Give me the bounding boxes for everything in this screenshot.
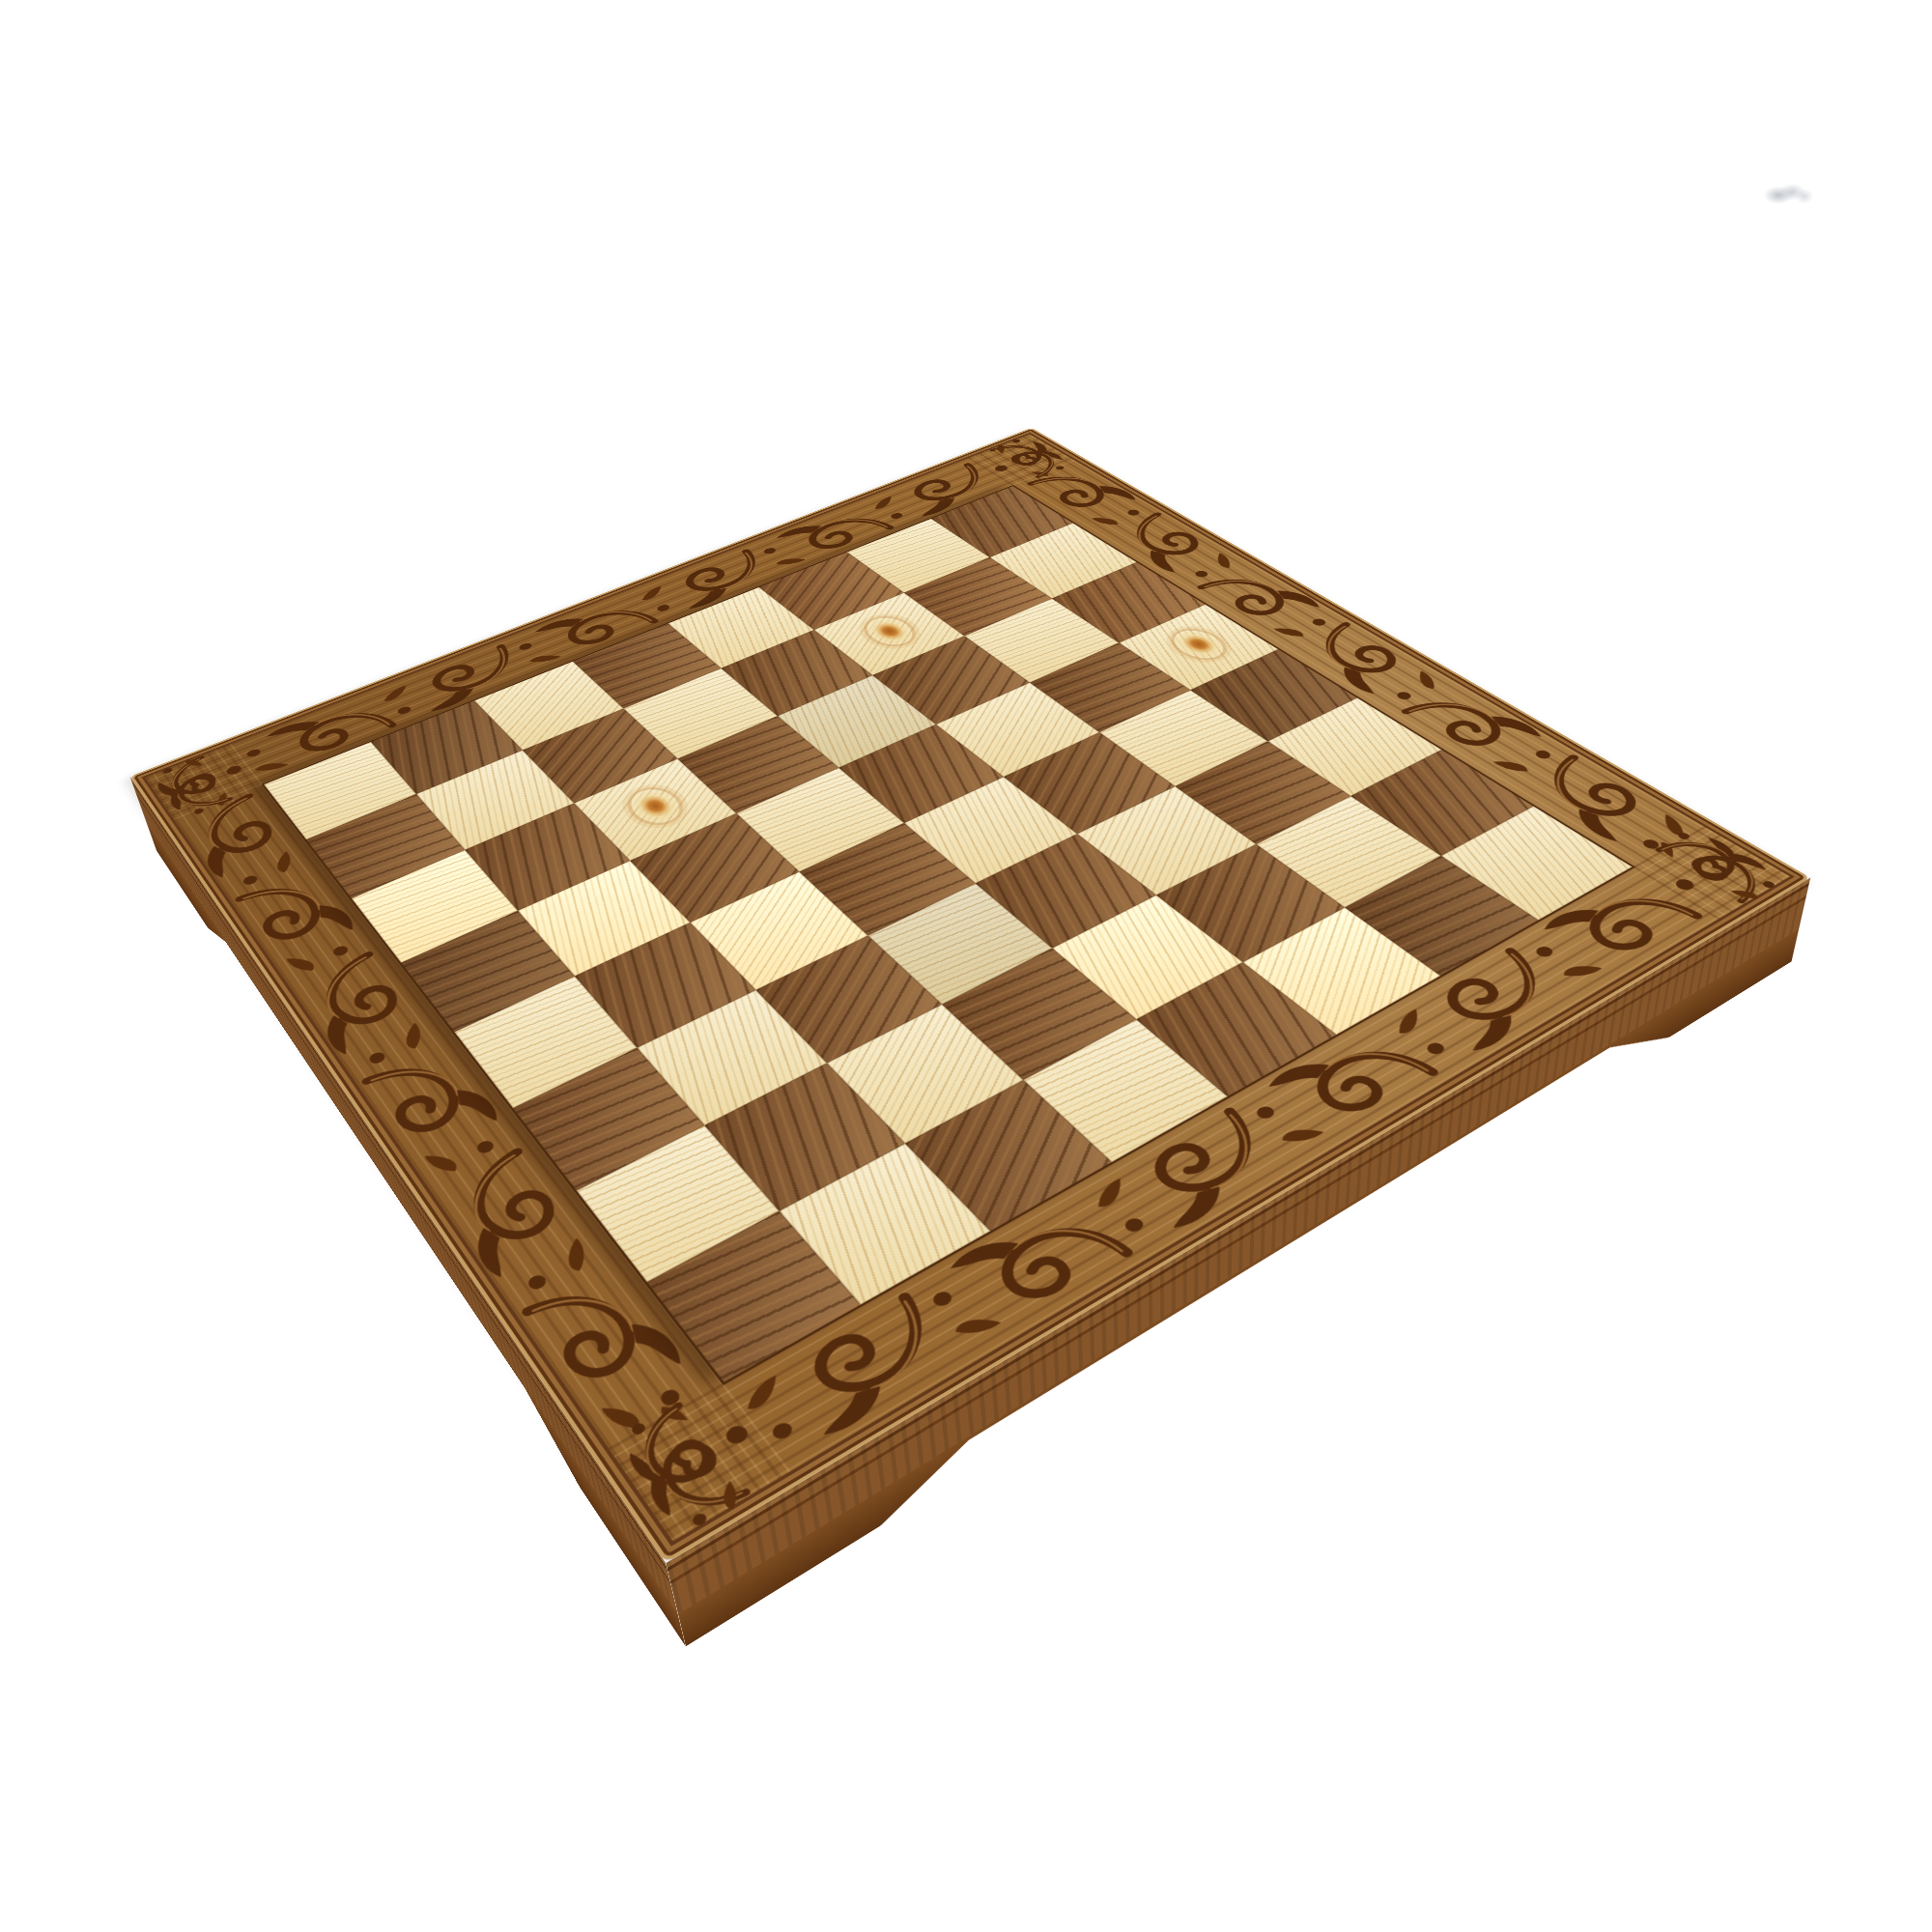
- square-e2[interactable]: [575, 923, 755, 1047]
- product-photo: [0, 0, 1932, 1932]
- square-f3[interactable]: [755, 935, 942, 1063]
- chess-board: [129, 428, 1810, 1564]
- photo-smudge-artifact: [1760, 184, 1812, 205]
- square-f2[interactable]: [638, 990, 827, 1125]
- board-scene: [246, 165, 1562, 1481]
- board-perspective-wrapper: [246, 165, 1562, 1481]
- square-f4[interactable]: [868, 883, 1053, 1004]
- square-g3[interactable]: [827, 1005, 1024, 1144]
- square-e3[interactable]: [690, 871, 867, 989]
- square-e4[interactable]: [800, 823, 976, 935]
